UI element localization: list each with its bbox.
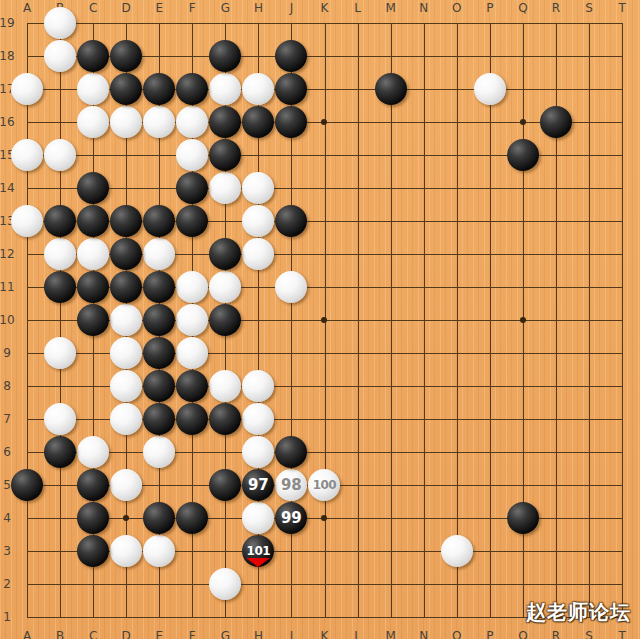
stone-white-D7 bbox=[110, 403, 142, 435]
star-point-K10 bbox=[321, 317, 327, 323]
stone-black-H16 bbox=[242, 106, 274, 138]
move-number-99: 99 bbox=[281, 511, 302, 526]
watermark-text: 赵老师论坛 bbox=[526, 599, 631, 626]
stone-white-F9 bbox=[176, 337, 208, 369]
stone-black-Q4 bbox=[507, 502, 539, 534]
stone-black-D17 bbox=[110, 73, 142, 105]
stone-white-D10 bbox=[110, 304, 142, 336]
stone-black-D11 bbox=[110, 271, 142, 303]
stone-white-B18 bbox=[44, 40, 76, 72]
stone-black-F14 bbox=[176, 172, 208, 204]
stone-black-E7 bbox=[143, 403, 175, 435]
move-number-97: 97 bbox=[248, 478, 269, 493]
stone-black-C11 bbox=[77, 271, 109, 303]
stone-black-F17 bbox=[176, 73, 208, 105]
stone-white-C6 bbox=[77, 436, 109, 468]
stone-white-D3 bbox=[110, 535, 142, 567]
stone-white-H8 bbox=[242, 370, 274, 402]
stone-black-C13 bbox=[77, 205, 109, 237]
stone-black-E17 bbox=[143, 73, 175, 105]
stone-black-D12 bbox=[110, 238, 142, 270]
stone-black-E10 bbox=[143, 304, 175, 336]
stone-black-G18 bbox=[209, 40, 241, 72]
stone-white-H17 bbox=[242, 73, 274, 105]
stone-black-H5: 97 bbox=[242, 469, 274, 501]
star-point-Q10 bbox=[520, 317, 526, 323]
stone-white-C16 bbox=[77, 106, 109, 138]
last-move-marker-icon bbox=[246, 558, 270, 567]
stone-black-G5 bbox=[209, 469, 241, 501]
stone-black-F4 bbox=[176, 502, 208, 534]
stone-white-F16 bbox=[176, 106, 208, 138]
stone-black-J13 bbox=[275, 205, 307, 237]
star-point-K16 bbox=[321, 119, 327, 125]
move-number-98: 98 bbox=[281, 478, 302, 493]
stone-white-A15 bbox=[11, 139, 43, 171]
stone-white-H12 bbox=[242, 238, 274, 270]
stone-black-D13 bbox=[110, 205, 142, 237]
stone-white-O3 bbox=[441, 535, 473, 567]
star-point-Q16 bbox=[520, 119, 526, 125]
stone-white-A13 bbox=[11, 205, 43, 237]
star-point-D4 bbox=[123, 515, 129, 521]
stone-black-E13 bbox=[143, 205, 175, 237]
stone-black-J6 bbox=[275, 436, 307, 468]
stone-white-D5 bbox=[110, 469, 142, 501]
stone-white-C12 bbox=[77, 238, 109, 270]
stone-white-B15 bbox=[44, 139, 76, 171]
stone-black-R16 bbox=[540, 106, 572, 138]
stone-black-E4 bbox=[143, 502, 175, 534]
stone-white-E12 bbox=[143, 238, 175, 270]
stone-white-G11 bbox=[209, 271, 241, 303]
stone-black-B13 bbox=[44, 205, 76, 237]
move-number-100: 100 bbox=[313, 479, 337, 491]
stone-white-G2 bbox=[209, 568, 241, 600]
stone-black-G12 bbox=[209, 238, 241, 270]
stone-black-B6 bbox=[44, 436, 76, 468]
stone-white-C17 bbox=[77, 73, 109, 105]
move-number-101: 101 bbox=[247, 545, 271, 557]
stone-white-G17 bbox=[209, 73, 241, 105]
stone-white-A17 bbox=[11, 73, 43, 105]
stone-white-G14 bbox=[209, 172, 241, 204]
star-point-K4 bbox=[321, 515, 327, 521]
stone-black-F8 bbox=[176, 370, 208, 402]
stone-white-P17 bbox=[474, 73, 506, 105]
stone-black-E11 bbox=[143, 271, 175, 303]
stone-black-A5 bbox=[11, 469, 43, 501]
stone-white-B9 bbox=[44, 337, 76, 369]
stone-white-K5: 100 bbox=[308, 469, 340, 501]
stone-white-D9 bbox=[110, 337, 142, 369]
board-grid: 981009799101 bbox=[10, 7, 638, 634]
stone-black-J17 bbox=[275, 73, 307, 105]
stone-white-B7 bbox=[44, 403, 76, 435]
stone-black-C3 bbox=[77, 535, 109, 567]
stone-white-B19 bbox=[44, 7, 76, 39]
stone-white-H6 bbox=[242, 436, 274, 468]
stone-black-H3: 101 bbox=[242, 535, 274, 567]
stone-black-F13 bbox=[176, 205, 208, 237]
stone-white-E3 bbox=[143, 535, 175, 567]
stone-black-G16 bbox=[209, 106, 241, 138]
stone-black-F7 bbox=[176, 403, 208, 435]
stone-black-C4 bbox=[77, 502, 109, 534]
stone-black-C5 bbox=[77, 469, 109, 501]
stone-white-F11 bbox=[176, 271, 208, 303]
go-board-diagram: AABBCCDDEEFFGGHHJJKKLLMMNNOOPPQQRRSSTT19… bbox=[0, 0, 640, 639]
stone-white-J5: 98 bbox=[275, 469, 307, 501]
stone-black-Q15 bbox=[507, 139, 539, 171]
stone-black-C10 bbox=[77, 304, 109, 336]
stone-white-D8 bbox=[110, 370, 142, 402]
stone-black-G15 bbox=[209, 139, 241, 171]
stone-black-D18 bbox=[110, 40, 142, 72]
stone-black-C18 bbox=[77, 40, 109, 72]
stone-white-F10 bbox=[176, 304, 208, 336]
stone-white-E6 bbox=[143, 436, 175, 468]
stone-white-E16 bbox=[143, 106, 175, 138]
stone-black-J18 bbox=[275, 40, 307, 72]
stone-black-M17 bbox=[375, 73, 407, 105]
stone-white-B12 bbox=[44, 238, 76, 270]
stone-black-J4: 99 bbox=[275, 502, 307, 534]
stone-white-J11 bbox=[275, 271, 307, 303]
stone-black-E8 bbox=[143, 370, 175, 402]
stone-black-J16 bbox=[275, 106, 307, 138]
stone-white-H14 bbox=[242, 172, 274, 204]
stone-black-B11 bbox=[44, 271, 76, 303]
stone-white-H13 bbox=[242, 205, 274, 237]
stone-white-H4 bbox=[242, 502, 274, 534]
stone-black-E9 bbox=[143, 337, 175, 369]
stone-black-C14 bbox=[77, 172, 109, 204]
stone-white-D16 bbox=[110, 106, 142, 138]
stone-white-G8 bbox=[209, 370, 241, 402]
stone-white-F15 bbox=[176, 139, 208, 171]
stone-black-G10 bbox=[209, 304, 241, 336]
stone-black-G7 bbox=[209, 403, 241, 435]
stone-white-H7 bbox=[242, 403, 274, 435]
